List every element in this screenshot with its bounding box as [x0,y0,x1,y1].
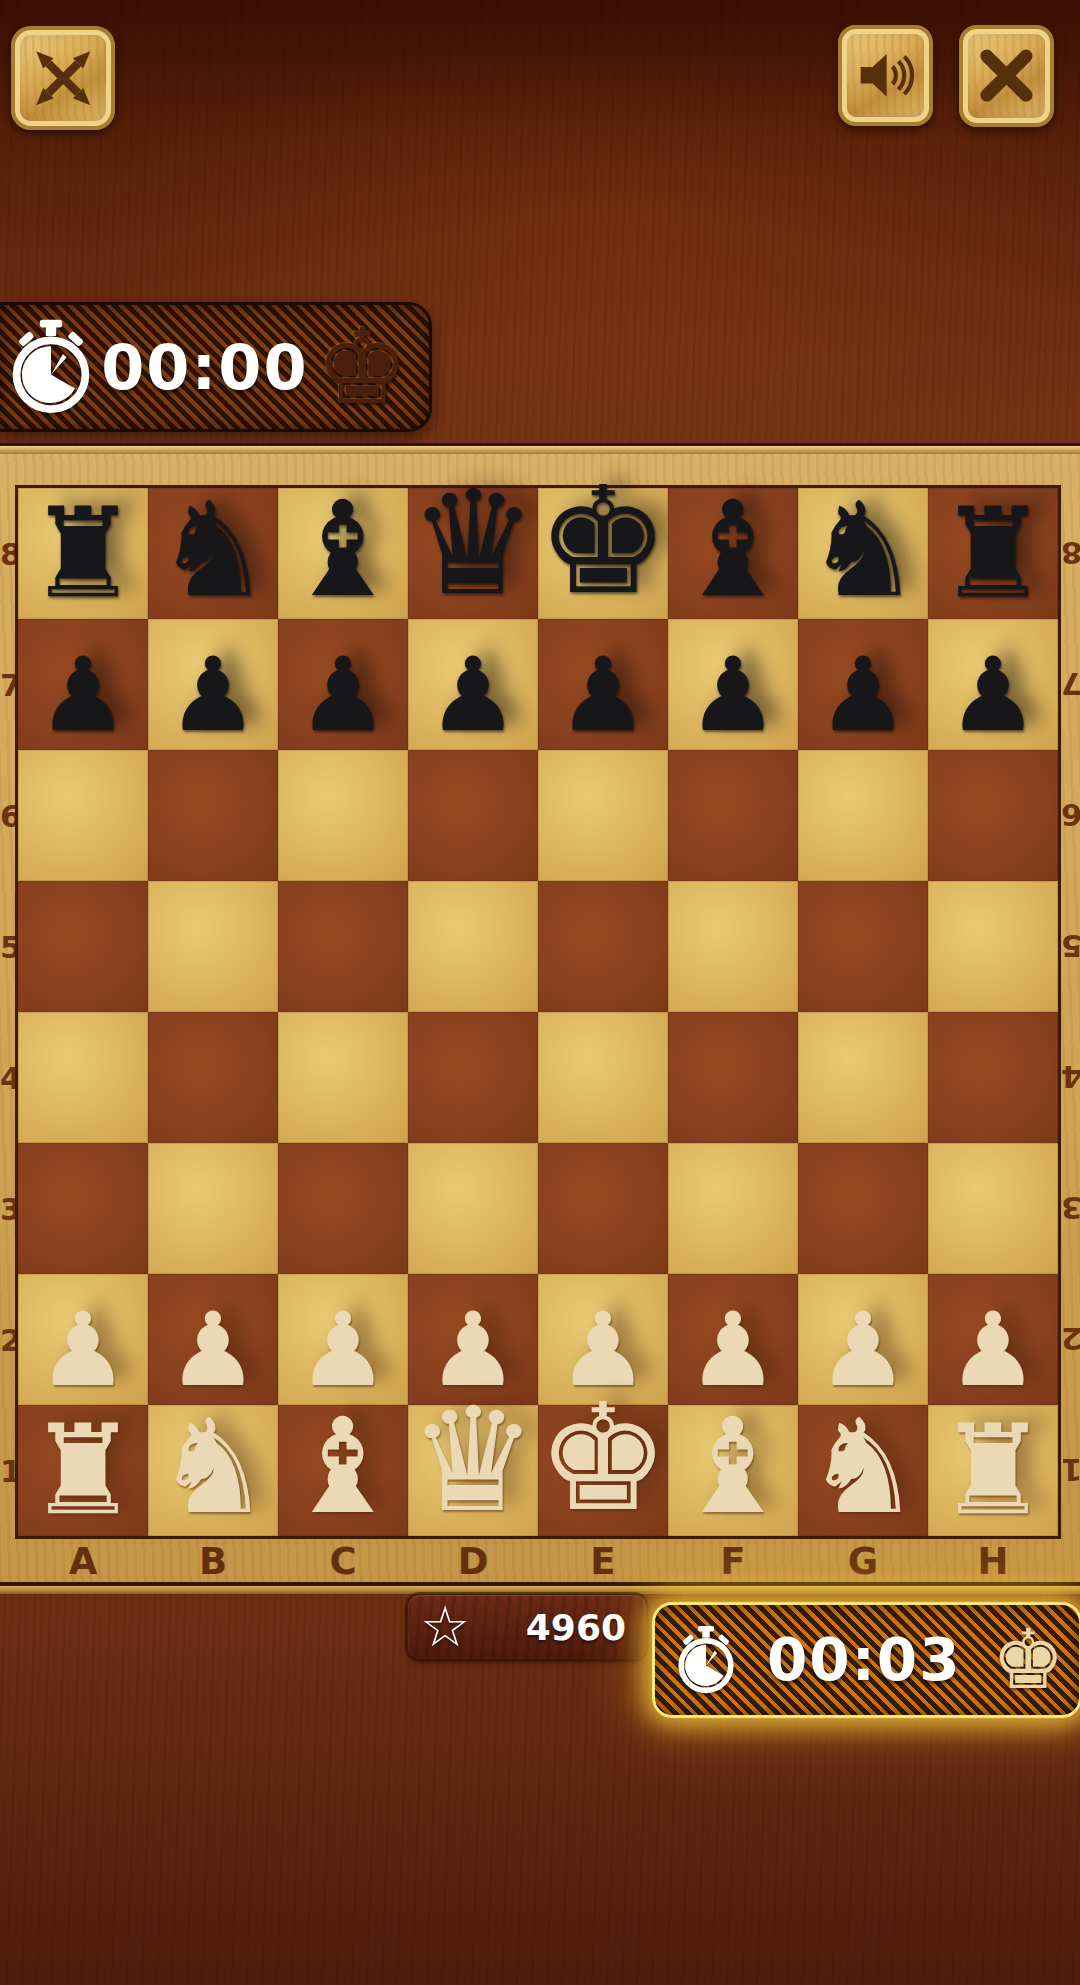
square-d6[interactable] [408,750,538,881]
rank-label-5-mirror: 5 [1061,881,1080,1012]
square-b5[interactable] [148,881,278,1012]
square-h8[interactable]: ♜ [928,488,1058,619]
score-panel: ☆ 4960 [408,1595,646,1659]
rank-label-2-mirror: 2 [1061,1274,1080,1405]
square-d4[interactable] [408,1012,538,1143]
opponent-clock-time: 00:00 [94,331,316,404]
piece-black-knight-g8[interactable]: ♞ [805,485,922,615]
piece-black-knight-b8[interactable]: ♞ [155,485,272,615]
square-b1[interactable]: ♞ [148,1405,278,1536]
file-label-d: D [408,1539,538,1583]
chess-board-squares: ♜♞♝♛♚♝♞♜♟♟♟♟♟♟♟♟♟♟♟♟♟♟♟♟♜♞♝♛♚♝♞♜ [15,485,1061,1539]
close-x-icon [977,44,1036,107]
opponent-clock-panel: 00:00 ♚ [0,302,432,432]
square-c8[interactable]: ♝ [278,488,408,619]
square-a4[interactable] [18,1012,148,1143]
expand-arrows-icon [31,46,95,110]
piece-black-pawn-c7[interactable]: ♟ [297,644,388,746]
square-c6[interactable] [278,750,408,881]
square-g1[interactable]: ♞ [798,1405,928,1536]
piece-white-queen-d1[interactable]: ♛ [408,1388,537,1532]
square-g4[interactable] [798,1012,928,1143]
square-f7[interactable]: ♟ [668,619,798,750]
piece-black-pawn-f7[interactable]: ♟ [687,644,778,746]
file-label-f: F [668,1539,798,1583]
piece-black-rook-a8[interactable]: ♜ [27,491,138,615]
white-king-icon: ♚ [991,1619,1065,1701]
square-e6[interactable] [538,750,668,881]
piece-black-pawn-e7[interactable]: ♟ [557,644,648,746]
square-c5[interactable] [278,881,408,1012]
square-f8[interactable]: ♝ [668,488,798,619]
square-b8[interactable]: ♞ [148,488,278,619]
rank-labels-right: 87654321 [1061,488,1080,1536]
square-e3[interactable] [538,1143,668,1274]
square-d1[interactable]: ♛ [408,1405,538,1536]
piece-black-bishop-c8[interactable]: ♝ [284,483,402,615]
square-b2[interactable]: ♟ [148,1274,278,1405]
piece-white-bishop-f1[interactable]: ♝ [674,1400,792,1532]
square-g6[interactable] [798,750,928,881]
square-d7[interactable]: ♟ [408,619,538,750]
square-a3[interactable] [18,1143,148,1274]
board-top-bevel [0,446,1080,454]
square-c3[interactable] [278,1143,408,1274]
rank-label-7-mirror: 7 [1061,619,1080,750]
piece-black-pawn-g7[interactable]: ♟ [817,644,908,746]
piece-black-rook-h8[interactable]: ♜ [937,491,1048,615]
score-value: 4960 [470,1607,626,1648]
square-c7[interactable]: ♟ [278,619,408,750]
square-b6[interactable] [148,750,278,881]
square-h2[interactable]: ♟ [928,1274,1058,1405]
square-a5[interactable] [18,881,148,1012]
square-f6[interactable] [668,750,798,881]
file-labels-bottom: ABCDEFGH [18,1539,1058,1583]
file-label-a: A [18,1539,148,1583]
stopwatch-icon [675,1625,737,1695]
piece-white-king-e1[interactable]: ♚ [537,1384,670,1532]
fullscreen-button[interactable] [11,26,115,130]
square-c2[interactable]: ♟ [278,1274,408,1405]
rank-label-6-mirror: 6 [1061,750,1080,881]
square-f3[interactable] [668,1143,798,1274]
rank-label-1-mirror: 1 [1061,1405,1080,1536]
piece-white-rook-h1[interactable]: ♜ [937,1408,1048,1532]
square-h6[interactable] [928,750,1058,881]
sound-button[interactable] [838,25,933,126]
square-h4[interactable] [928,1012,1058,1143]
square-c1[interactable]: ♝ [278,1405,408,1536]
square-h5[interactable] [928,881,1058,1012]
file-label-b: B [148,1539,278,1583]
square-f5[interactable] [668,881,798,1012]
file-label-g: G [798,1539,928,1583]
piece-black-pawn-d7[interactable]: ♟ [427,644,518,746]
piece-white-knight-b1[interactable]: ♞ [155,1402,272,1532]
board-bottom-bevel [0,1586,1080,1594]
file-label-e: E [538,1539,668,1583]
square-b7[interactable]: ♟ [148,619,278,750]
piece-white-pawn-b2[interactable]: ♟ [167,1299,258,1401]
piece-white-pawn-g2[interactable]: ♟ [817,1299,908,1401]
square-b3[interactable] [148,1143,278,1274]
player-clock-panel: 00:03 ♚ [652,1602,1080,1718]
piece-white-rook-a1[interactable]: ♜ [27,1408,138,1532]
square-e8[interactable]: ♚ [538,488,668,619]
square-e7[interactable]: ♟ [538,619,668,750]
piece-white-pawn-h2[interactable]: ♟ [947,1299,1038,1401]
square-c4[interactable] [278,1012,408,1143]
piece-black-bishop-f8[interactable]: ♝ [674,483,792,615]
square-f2[interactable]: ♟ [668,1274,798,1405]
square-h1[interactable]: ♜ [928,1405,1058,1536]
square-e4[interactable] [538,1012,668,1143]
rank-label-3-mirror: 3 [1061,1143,1080,1274]
star-icon: ☆ [420,1599,470,1655]
piece-white-pawn-a2[interactable]: ♟ [37,1299,128,1401]
square-b4[interactable] [148,1012,278,1143]
square-f1[interactable]: ♝ [668,1405,798,1536]
piece-white-pawn-c2[interactable]: ♟ [297,1299,388,1401]
square-f4[interactable] [668,1012,798,1143]
square-g8[interactable]: ♞ [798,488,928,619]
chess-app-screen: 00:00 ♚ 87654321 87654321 ♜♞♝♛♚♝♞♜♟♟♟♟♟♟… [0,0,1080,1985]
rank-label-4-mirror: 4 [1061,1012,1080,1143]
rank-label-8-mirror: 8 [1061,488,1080,619]
piece-black-pawn-h7[interactable]: ♟ [947,644,1038,746]
stopwatch-icon [8,319,94,415]
square-a7[interactable]: ♟ [18,619,148,750]
chess-board-frame: 87654321 87654321 ♜♞♝♛♚♝♞♜♟♟♟♟♟♟♟♟♟♟♟♟♟♟… [0,446,1080,1594]
piece-black-king-e8[interactable]: ♚ [537,467,670,615]
close-button[interactable] [959,25,1054,127]
file-label-h: H [928,1539,1058,1583]
square-h7[interactable]: ♟ [928,619,1058,750]
square-e5[interactable] [538,881,668,1012]
square-a8[interactable]: ♜ [18,488,148,619]
square-a6[interactable] [18,750,148,881]
rank-labels-left: 87654321 [0,488,16,1536]
file-label-c: C [278,1539,408,1583]
square-d3[interactable] [408,1143,538,1274]
player-clock-time: 00:03 [737,1626,991,1694]
square-a1[interactable]: ♜ [18,1405,148,1536]
square-g5[interactable] [798,881,928,1012]
piece-black-queen-d8[interactable]: ♛ [408,471,537,615]
square-g7[interactable]: ♟ [798,619,928,750]
piece-white-bishop-c1[interactable]: ♝ [284,1400,402,1532]
square-h3[interactable] [928,1143,1058,1274]
square-d5[interactable] [408,881,538,1012]
piece-white-pawn-f2[interactable]: ♟ [687,1299,778,1401]
square-g3[interactable] [798,1143,928,1274]
square-a2[interactable]: ♟ [18,1274,148,1405]
piece-white-knight-g1[interactable]: ♞ [805,1402,922,1532]
square-d8[interactable]: ♛ [408,488,538,619]
black-king-icon: ♚ [316,315,409,419]
piece-black-pawn-a7[interactable]: ♟ [37,644,128,746]
piece-black-pawn-b7[interactable]: ♟ [167,644,258,746]
speaker-icon [856,44,915,107]
square-e1[interactable]: ♚ [538,1405,668,1536]
square-g2[interactable]: ♟ [798,1274,928,1405]
